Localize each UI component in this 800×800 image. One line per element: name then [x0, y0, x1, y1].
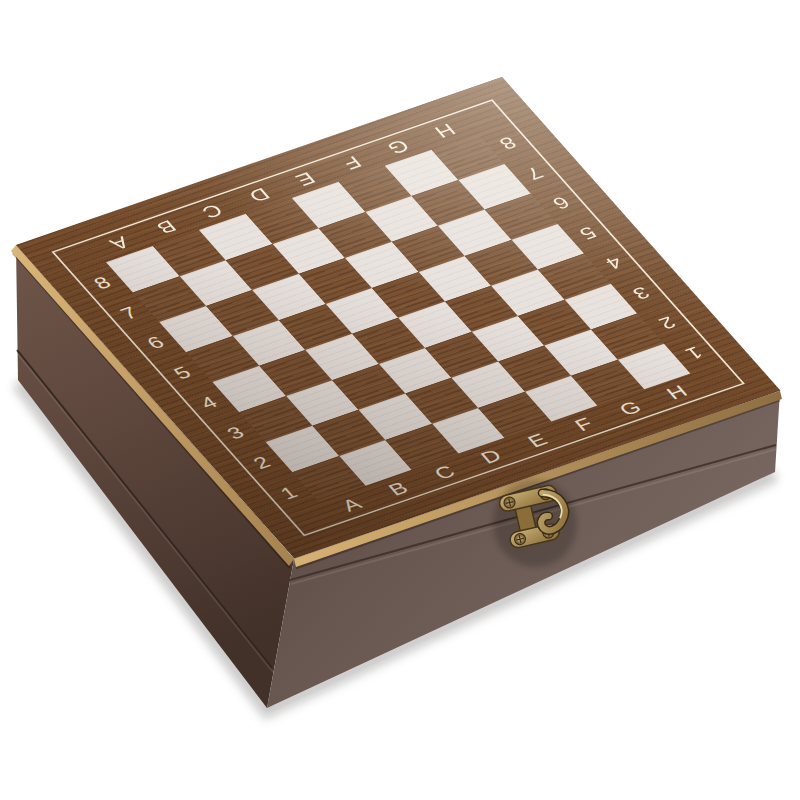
product-photo-chess-box: ABCDEFGH 87654321 87654321 ABCDEFGH — [0, 0, 800, 800]
